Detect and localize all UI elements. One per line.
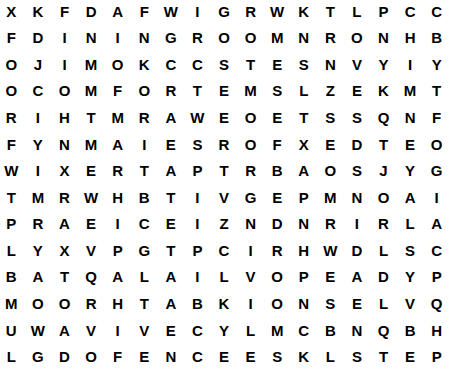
grid-cell[interactable]: F bbox=[51, 0, 78, 25]
grid-cell[interactable]: B bbox=[264, 157, 291, 184]
grid-cell[interactable]: H bbox=[290, 237, 317, 264]
grid-cell[interactable]: H bbox=[51, 104, 78, 131]
grid-cell[interactable]: I bbox=[237, 237, 264, 264]
grid-cell[interactable]: H bbox=[397, 25, 424, 52]
grid-cell[interactable]: C bbox=[423, 237, 450, 264]
grid-cell[interactable]: I bbox=[184, 184, 211, 211]
grid-cell[interactable]: G bbox=[237, 184, 264, 211]
grid-cell[interactable]: A bbox=[158, 290, 185, 317]
grid-cell[interactable]: H bbox=[423, 317, 450, 344]
grid-cell[interactable]: A bbox=[158, 157, 185, 184]
grid-cell[interactable]: W bbox=[317, 237, 344, 264]
grid-cell[interactable]: A bbox=[104, 131, 131, 158]
grid-cell[interactable]: S bbox=[344, 157, 371, 184]
grid-cell[interactable]: G bbox=[211, 0, 238, 25]
grid-cell[interactable]: O bbox=[237, 131, 264, 158]
grid-cell[interactable]: X bbox=[51, 157, 78, 184]
grid-cell[interactable]: E bbox=[78, 157, 105, 184]
grid-cell[interactable]: G bbox=[131, 237, 158, 264]
grid-cell[interactable]: O bbox=[0, 51, 25, 78]
grid-cell[interactable]: H bbox=[104, 290, 131, 317]
grid-cell[interactable]: R bbox=[51, 184, 78, 211]
grid-cell[interactable]: B bbox=[184, 290, 211, 317]
grid-cell[interactable]: E bbox=[344, 290, 371, 317]
grid-cell[interactable]: L bbox=[211, 264, 238, 291]
grid-cell[interactable]: A bbox=[51, 211, 78, 238]
grid-cell[interactable]: P bbox=[104, 237, 131, 264]
grid-cell[interactable]: N bbox=[51, 131, 78, 158]
grid-cell[interactable]: F bbox=[423, 104, 450, 131]
grid-cell[interactable]: O bbox=[51, 290, 78, 317]
grid-cell[interactable]: R bbox=[317, 25, 344, 52]
grid-cell[interactable]: T bbox=[158, 237, 185, 264]
grid-cell[interactable]: I bbox=[397, 51, 424, 78]
grid-cell[interactable]: I bbox=[104, 25, 131, 52]
grid-cell[interactable]: I bbox=[25, 104, 52, 131]
grid-cell[interactable]: T bbox=[237, 51, 264, 78]
grid-cell[interactable]: G bbox=[25, 343, 52, 370]
grid-cell[interactable]: M bbox=[264, 317, 291, 344]
grid-cell[interactable]: E bbox=[317, 131, 344, 158]
grid-cell[interactable]: T bbox=[423, 78, 450, 105]
grid-cell[interactable]: O bbox=[423, 131, 450, 158]
grid-cell[interactable]: O bbox=[211, 25, 238, 52]
grid-cell[interactable]: A bbox=[344, 264, 371, 291]
grid-cell[interactable]: L bbox=[131, 264, 158, 291]
grid-cell[interactable]: I bbox=[237, 290, 264, 317]
grid-cell[interactable]: O bbox=[344, 25, 371, 52]
grid-cell[interactable]: E bbox=[264, 184, 291, 211]
grid-cell[interactable]: M bbox=[104, 104, 131, 131]
grid-cell[interactable]: C bbox=[211, 237, 238, 264]
grid-cell[interactable]: I bbox=[51, 51, 78, 78]
grid-cell[interactable]: I bbox=[423, 184, 450, 211]
grid-cell[interactable]: D bbox=[344, 131, 371, 158]
grid-cell[interactable]: N bbox=[158, 343, 185, 370]
grid-cell[interactable]: Y bbox=[25, 237, 52, 264]
grid-cell[interactable]: O bbox=[131, 78, 158, 105]
grid-cell[interactable]: S bbox=[344, 343, 371, 370]
grid-cell[interactable]: K bbox=[290, 343, 317, 370]
grid-cell[interactable]: T bbox=[131, 290, 158, 317]
grid-cell[interactable]: T bbox=[51, 264, 78, 291]
grid-cell[interactable]: F bbox=[0, 131, 25, 158]
grid-cell[interactable]: R bbox=[317, 211, 344, 238]
grid-cell[interactable]: Y bbox=[397, 157, 424, 184]
grid-cell[interactable]: E bbox=[158, 211, 185, 238]
grid-cell[interactable]: V bbox=[78, 237, 105, 264]
grid-cell[interactable]: E bbox=[211, 104, 238, 131]
grid-cell[interactable]: R bbox=[78, 290, 105, 317]
grid-cell[interactable]: W bbox=[78, 184, 105, 211]
grid-cell[interactable]: R bbox=[211, 131, 238, 158]
grid-cell[interactable]: P bbox=[423, 264, 450, 291]
grid-cell[interactable]: C bbox=[184, 51, 211, 78]
grid-cell[interactable]: M bbox=[317, 184, 344, 211]
grid-cell[interactable]: E bbox=[397, 131, 424, 158]
grid-cell[interactable]: M bbox=[78, 78, 105, 105]
grid-cell[interactable]: L bbox=[344, 0, 371, 25]
grid-cell[interactable]: M bbox=[0, 290, 25, 317]
grid-cell[interactable]: A bbox=[290, 157, 317, 184]
grid-cell[interactable]: S bbox=[317, 290, 344, 317]
grid-cell[interactable]: D bbox=[370, 264, 397, 291]
grid-cell[interactable]: X bbox=[51, 237, 78, 264]
grid-cell[interactable]: G bbox=[423, 157, 450, 184]
grid-cell[interactable]: T bbox=[131, 157, 158, 184]
grid-cell[interactable]: E bbox=[158, 131, 185, 158]
grid-cell[interactable]: V bbox=[78, 317, 105, 344]
grid-cell[interactable]: V bbox=[131, 317, 158, 344]
grid-cell[interactable]: S bbox=[264, 343, 291, 370]
grid-cell[interactable]: F bbox=[131, 0, 158, 25]
grid-cell[interactable]: N bbox=[317, 51, 344, 78]
word-search-puzzle: XKFDAFWIGRWKTLPCCFDININGROOMNRONHBOJIMOK… bbox=[0, 0, 452, 372]
grid-cell[interactable]: D bbox=[264, 211, 291, 238]
grid-cell[interactable]: N bbox=[370, 25, 397, 52]
grid-cell[interactable]: F bbox=[104, 343, 131, 370]
grid-cell[interactable]: F bbox=[104, 78, 131, 105]
grid-cell[interactable]: E bbox=[158, 317, 185, 344]
grid-cell[interactable]: K bbox=[131, 51, 158, 78]
grid-cell[interactable]: R bbox=[131, 104, 158, 131]
grid-cell[interactable]: N bbox=[290, 290, 317, 317]
grid-cell[interactable]: C bbox=[423, 0, 450, 25]
grid-cell[interactable]: R bbox=[264, 237, 291, 264]
grid-cell[interactable]: W bbox=[184, 104, 211, 131]
grid-cell[interactable]: L bbox=[370, 290, 397, 317]
grid-cell[interactable]: T bbox=[184, 78, 211, 105]
grid-cell[interactable]: N bbox=[78, 25, 105, 52]
grid-cell[interactable]: S bbox=[317, 104, 344, 131]
grid-cell[interactable]: A bbox=[51, 317, 78, 344]
grid-cell[interactable]: R bbox=[104, 157, 131, 184]
grid-cell[interactable]: E bbox=[317, 264, 344, 291]
grid-cell[interactable]: Z bbox=[317, 78, 344, 105]
grid-cell[interactable]: B bbox=[317, 317, 344, 344]
grid-cell[interactable]: M bbox=[25, 184, 52, 211]
grid-cell[interactable]: W bbox=[0, 157, 25, 184]
grid-cell[interactable]: S bbox=[211, 51, 238, 78]
grid-cell[interactable]: E bbox=[344, 78, 371, 105]
grid-cell[interactable]: V bbox=[344, 51, 371, 78]
grid-cell[interactable]: S bbox=[344, 104, 371, 131]
grid-cell[interactable]: O bbox=[317, 157, 344, 184]
grid-cell[interactable]: L bbox=[290, 78, 317, 105]
grid-cell[interactable]: L bbox=[317, 343, 344, 370]
grid-cell[interactable]: T bbox=[370, 343, 397, 370]
grid-cell[interactable]: G bbox=[158, 25, 185, 52]
grid-cell[interactable]: N bbox=[397, 104, 424, 131]
grid-cell[interactable]: O bbox=[264, 264, 291, 291]
grid-cell[interactable]: H bbox=[104, 184, 131, 211]
grid-cell[interactable]: D bbox=[51, 343, 78, 370]
grid-cell[interactable]: C bbox=[184, 343, 211, 370]
grid-cell[interactable]: V bbox=[397, 290, 424, 317]
grid-cell[interactable]: N bbox=[290, 211, 317, 238]
grid-cell[interactable]: R bbox=[25, 211, 52, 238]
grid-cell[interactable]: P bbox=[290, 184, 317, 211]
grid-cell[interactable]: J bbox=[25, 51, 52, 78]
grid-cell[interactable]: O bbox=[264, 290, 291, 317]
grid-cell[interactable]: O bbox=[51, 78, 78, 105]
grid-cell[interactable]: P bbox=[290, 264, 317, 291]
grid-cell[interactable]: Z bbox=[211, 211, 238, 238]
grid-cell[interactable]: O bbox=[104, 51, 131, 78]
grid-cell[interactable]: Y bbox=[25, 131, 52, 158]
grid-cell[interactable]: C bbox=[158, 51, 185, 78]
grid-cell[interactable]: F bbox=[264, 131, 291, 158]
grid-cell[interactable]: B bbox=[423, 25, 450, 52]
grid-cell[interactable]: O bbox=[237, 104, 264, 131]
grid-cell[interactable]: I bbox=[25, 157, 52, 184]
grid-cell[interactable]: W bbox=[25, 317, 52, 344]
grid-cell[interactable]: N bbox=[237, 211, 264, 238]
grid-cell[interactable]: U bbox=[0, 317, 25, 344]
grid-cell[interactable]: B bbox=[0, 264, 25, 291]
grid-cell[interactable]: M bbox=[237, 78, 264, 105]
grid-cell[interactable]: Y bbox=[370, 51, 397, 78]
grid-cell[interactable]: X bbox=[0, 0, 25, 25]
grid-cell[interactable]: E bbox=[397, 343, 424, 370]
grid-cell[interactable]: D bbox=[78, 0, 105, 25]
grid-cell[interactable]: M bbox=[264, 25, 291, 52]
grid-cell[interactable]: A bbox=[25, 264, 52, 291]
grid-cell[interactable]: O bbox=[78, 343, 105, 370]
grid-cell[interactable]: S bbox=[290, 51, 317, 78]
grid-cell[interactable]: W bbox=[158, 0, 185, 25]
grid-cell[interactable]: F bbox=[0, 25, 25, 52]
grid-cell[interactable]: I bbox=[344, 211, 371, 238]
grid-cell[interactable]: L bbox=[237, 317, 264, 344]
grid-cell[interactable]: E bbox=[264, 51, 291, 78]
grid-cell[interactable]: R bbox=[184, 25, 211, 52]
grid-cell[interactable]: P bbox=[423, 343, 450, 370]
grid-cell[interactable]: K bbox=[25, 0, 52, 25]
grid-cell[interactable]: X bbox=[290, 131, 317, 158]
grid-cell[interactable]: E bbox=[78, 211, 105, 238]
grid-cell[interactable]: C bbox=[25, 78, 52, 105]
grid-cell[interactable]: O bbox=[237, 25, 264, 52]
grid-cell[interactable]: T bbox=[370, 131, 397, 158]
grid-cell[interactable]: B bbox=[131, 184, 158, 211]
grid-cell[interactable]: E bbox=[211, 78, 238, 105]
grid-cell[interactable]: C bbox=[397, 0, 424, 25]
grid-cell[interactable]: V bbox=[237, 264, 264, 291]
grid-cell[interactable]: I bbox=[131, 131, 158, 158]
grid-cell[interactable]: I bbox=[104, 317, 131, 344]
grid-cell[interactable]: E bbox=[264, 104, 291, 131]
grid-cell[interactable]: M bbox=[397, 78, 424, 105]
grid-cell[interactable]: B bbox=[397, 317, 424, 344]
grid-cell[interactable]: Y bbox=[397, 264, 424, 291]
grid-cell[interactable]: C bbox=[290, 317, 317, 344]
grid-cell[interactable]: L bbox=[397, 211, 424, 238]
grid-cell[interactable]: I bbox=[184, 211, 211, 238]
grid-cell[interactable]: N bbox=[290, 25, 317, 52]
grid-cell[interactable]: T bbox=[317, 0, 344, 25]
grid-cell[interactable]: L bbox=[370, 237, 397, 264]
grid-cell[interactable]: E bbox=[237, 343, 264, 370]
grid-cell[interactable]: T bbox=[290, 104, 317, 131]
grid-cell[interactable]: J bbox=[370, 157, 397, 184]
grid-cell[interactable]: A bbox=[158, 104, 185, 131]
grid-cell[interactable]: Y bbox=[423, 51, 450, 78]
grid-cell[interactable]: S bbox=[184, 131, 211, 158]
grid-cell[interactable]: A bbox=[104, 264, 131, 291]
grid-cell[interactable]: S bbox=[397, 237, 424, 264]
grid-cell[interactable]: M bbox=[78, 51, 105, 78]
grid-cell[interactable]: E bbox=[211, 343, 238, 370]
grid-cell[interactable]: R bbox=[237, 0, 264, 25]
grid-cell[interactable]: T bbox=[0, 184, 25, 211]
grid-cell[interactable]: O bbox=[25, 290, 52, 317]
grid-cell[interactable]: S bbox=[264, 78, 291, 105]
grid-cell[interactable]: K bbox=[211, 290, 238, 317]
grid-cell[interactable]: C bbox=[131, 211, 158, 238]
grid-cell[interactable]: N bbox=[344, 184, 371, 211]
grid-cell[interactable]: D bbox=[25, 25, 52, 52]
grid-cell[interactable]: P bbox=[370, 0, 397, 25]
grid-cell[interactable]: C bbox=[184, 317, 211, 344]
grid-cell[interactable]: R bbox=[158, 78, 185, 105]
grid-cell[interactable]: L bbox=[0, 343, 25, 370]
grid-cell[interactable]: T bbox=[78, 104, 105, 131]
grid-cell[interactable]: R bbox=[0, 104, 25, 131]
grid-cell[interactable]: A bbox=[397, 184, 424, 211]
grid-cell[interactable]: A bbox=[104, 0, 131, 25]
grid-cell[interactable]: I bbox=[184, 264, 211, 291]
grid-cell[interactable]: A bbox=[423, 211, 450, 238]
grid-cell[interactable]: O bbox=[370, 184, 397, 211]
grid-cell[interactable]: Q bbox=[78, 264, 105, 291]
grid-cell[interactable]: O bbox=[0, 78, 25, 105]
grid-cell[interactable]: P bbox=[0, 211, 25, 238]
grid-cell[interactable]: I bbox=[51, 25, 78, 52]
grid-cell[interactable]: N bbox=[344, 317, 371, 344]
grid-cell[interactable]: T bbox=[211, 157, 238, 184]
grid-cell[interactable]: L bbox=[0, 237, 25, 264]
grid-cell[interactable]: K bbox=[290, 0, 317, 25]
grid-cell[interactable]: D bbox=[344, 237, 371, 264]
grid-cell[interactable]: N bbox=[131, 25, 158, 52]
grid-cell[interactable]: V bbox=[211, 184, 238, 211]
grid-cell[interactable]: I bbox=[104, 211, 131, 238]
grid-cell[interactable]: P bbox=[184, 237, 211, 264]
grid-cell[interactable]: Q bbox=[423, 290, 450, 317]
grid-cell[interactable]: M bbox=[78, 131, 105, 158]
word-search-board: XKFDAFWIGRWKTLPCCFDININGROOMNRONHBOJIMOK… bbox=[0, 0, 452, 372]
grid-cell[interactable]: A bbox=[158, 264, 185, 291]
grid-cell[interactable]: R bbox=[237, 157, 264, 184]
grid-cell[interactable]: K bbox=[370, 78, 397, 105]
grid-cell[interactable]: Q bbox=[370, 104, 397, 131]
grid-cell[interactable]: I bbox=[184, 0, 211, 25]
grid-cell[interactable]: T bbox=[158, 184, 185, 211]
grid-cell[interactable]: Y bbox=[211, 317, 238, 344]
grid-cell[interactable]: E bbox=[131, 343, 158, 370]
grid-cell[interactable]: Q bbox=[370, 317, 397, 344]
grid-cell[interactable]: P bbox=[184, 157, 211, 184]
grid-cell[interactable]: R bbox=[370, 211, 397, 238]
grid-cell[interactable]: W bbox=[264, 0, 291, 25]
